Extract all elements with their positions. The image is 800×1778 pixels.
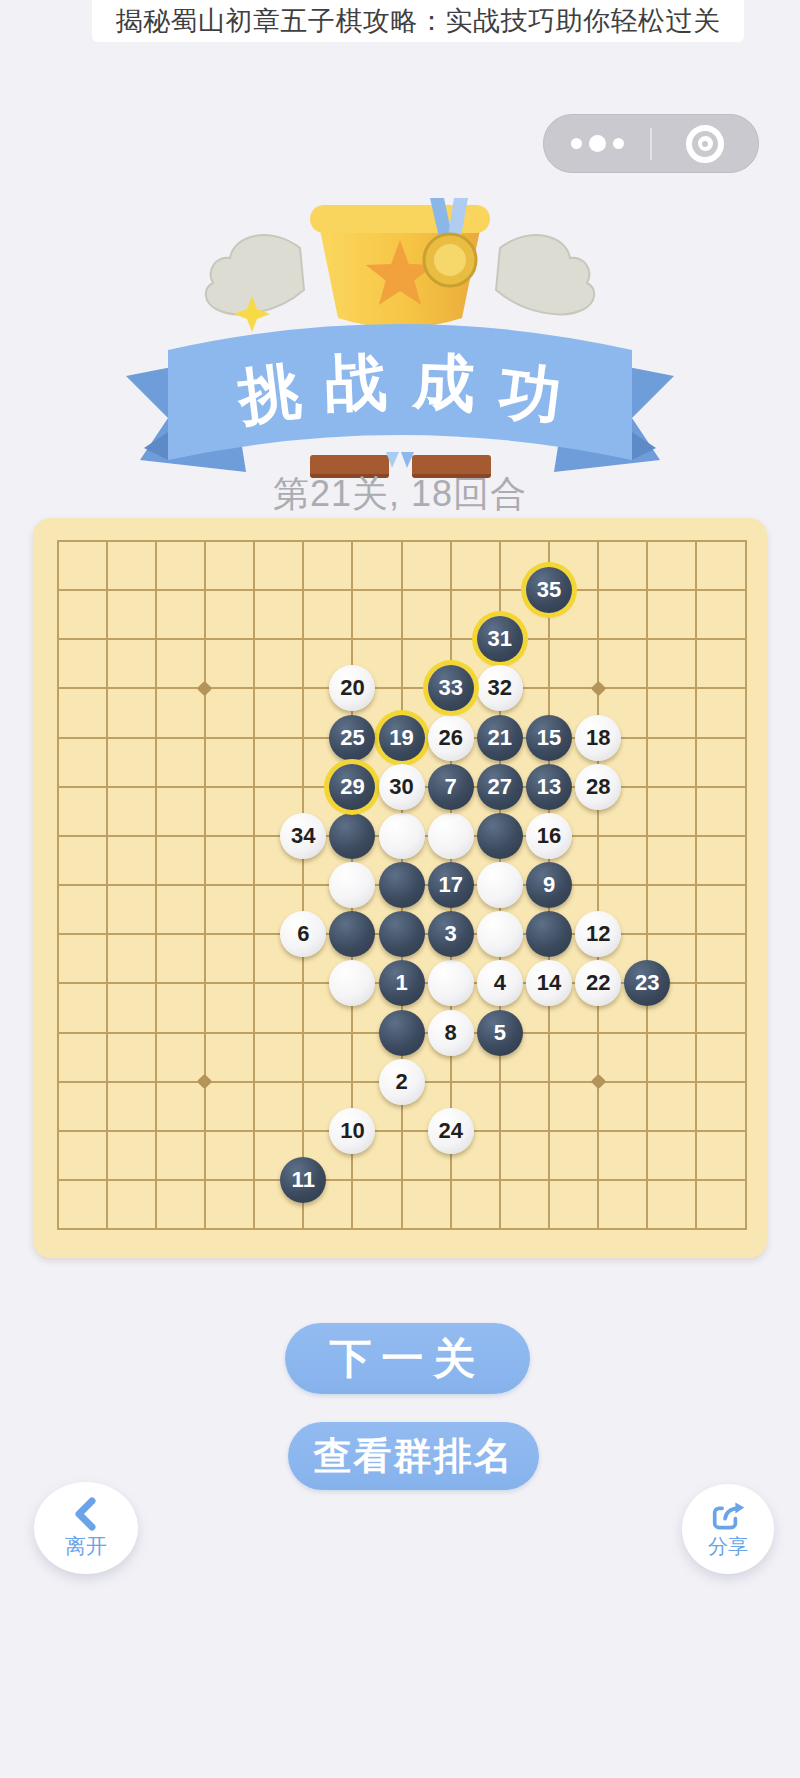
star-point — [590, 681, 606, 697]
chevron-left-icon — [71, 1497, 101, 1531]
stone-move-26: 26 — [428, 715, 474, 761]
stone-move-1: 1 — [379, 960, 425, 1006]
stone-move-28: 28 — [575, 764, 621, 810]
star-point — [197, 681, 213, 697]
stone-preplaced — [477, 813, 523, 859]
share-arrow-icon — [710, 1498, 746, 1532]
stone-move-19: 19 — [379, 715, 425, 761]
stone-move-33: 33 — [428, 665, 474, 711]
stone-move-30: 30 — [379, 764, 425, 810]
grid-line — [57, 1130, 747, 1132]
grid-line — [57, 1228, 747, 1230]
circle-dot-icon — [686, 125, 724, 163]
stone-move-35: 35 — [526, 567, 572, 613]
right-wing — [496, 235, 594, 314]
level-result-subtitle: 第21关, 18回合 — [0, 470, 800, 519]
stone-preplaced — [379, 813, 425, 859]
stone-preplaced — [477, 911, 523, 957]
stone-move-8: 8 — [428, 1010, 474, 1056]
stone-move-16: 16 — [526, 813, 572, 859]
stone-move-34: 34 — [280, 813, 326, 859]
group-rank-label: 查看群排名 — [314, 1431, 514, 1482]
stone-preplaced — [477, 862, 523, 908]
stone-move-22: 22 — [575, 960, 621, 1006]
game-board: 1234567891011121314151617181920212223242… — [33, 518, 767, 1258]
share-label: 分享 — [708, 1533, 748, 1560]
stone-move-3: 3 — [428, 911, 474, 957]
stone-move-23: 23 — [624, 960, 670, 1006]
next-level-button[interactable]: 下一关 — [285, 1323, 530, 1394]
stone-preplaced — [329, 813, 375, 859]
grid-line — [57, 1179, 747, 1181]
stone-preplaced — [379, 1010, 425, 1056]
stone-move-13: 13 — [526, 764, 572, 810]
stone-move-17: 17 — [428, 862, 474, 908]
stone-move-27: 27 — [477, 764, 523, 810]
star-point — [590, 1074, 606, 1090]
stone-move-10: 10 — [329, 1108, 375, 1154]
stone-preplaced — [329, 911, 375, 957]
stone-preplaced — [329, 862, 375, 908]
stone-preplaced — [428, 813, 474, 859]
stone-preplaced — [526, 911, 572, 957]
stone-move-31: 31 — [477, 616, 523, 662]
stone-move-6: 6 — [280, 911, 326, 957]
leave-label: 离开 — [65, 1532, 107, 1560]
medal-inner — [434, 244, 466, 276]
stone-move-29: 29 — [329, 764, 375, 810]
three-dots-icon — [571, 135, 624, 152]
page-title-bar: 揭秘蜀山初章五子棋攻略：实战技巧助你轻松过关 — [92, 0, 744, 42]
grid-line — [745, 540, 747, 1230]
leave-button[interactable]: 离开 — [34, 1482, 138, 1574]
star-point — [197, 1074, 213, 1090]
stone-preplaced — [329, 960, 375, 1006]
stone-move-14: 14 — [526, 960, 572, 1006]
stone-move-21: 21 — [477, 715, 523, 761]
grid-line — [646, 540, 648, 1230]
group-rank-button[interactable]: 查看群排名 — [288, 1422, 539, 1490]
stone-preplaced — [379, 862, 425, 908]
stone-preplaced — [379, 911, 425, 957]
stone-move-32: 32 — [477, 665, 523, 711]
left-wing — [206, 235, 304, 314]
share-button[interactable]: 分享 — [682, 1484, 774, 1574]
stone-move-20: 20 — [329, 665, 375, 711]
stone-move-15: 15 — [526, 715, 572, 761]
stone-move-18: 18 — [575, 715, 621, 761]
stone-move-9: 9 — [526, 862, 572, 908]
stone-move-2: 2 — [379, 1059, 425, 1105]
close-button[interactable] — [652, 115, 758, 172]
stone-move-24: 24 — [428, 1108, 474, 1154]
next-level-label: 下一关 — [330, 1331, 486, 1387]
stone-move-5: 5 — [477, 1010, 523, 1056]
stone-move-11: 11 — [280, 1157, 326, 1203]
stone-move-25: 25 — [329, 715, 375, 761]
banner-band — [168, 324, 632, 460]
stone-move-7: 7 — [428, 764, 474, 810]
stone-move-4: 4 — [477, 960, 523, 1006]
wechat-capsule — [543, 114, 759, 173]
page-title: 揭秘蜀山初章五子棋攻略：实战技巧助你轻松过关 — [116, 3, 721, 39]
stone-move-12: 12 — [575, 911, 621, 957]
grid-line — [597, 540, 599, 1230]
stone-preplaced — [428, 960, 474, 1006]
more-button[interactable] — [544, 115, 650, 172]
grid-line — [695, 540, 697, 1230]
